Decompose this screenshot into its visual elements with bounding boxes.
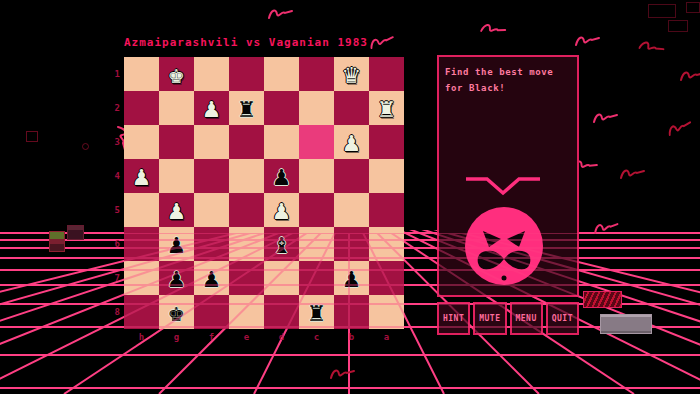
square-b3[interactable]: ♟ (334, 125, 369, 159)
squiggle-decoration (330, 366, 356, 388)
file-label-f: f (194, 330, 229, 344)
mute-button[interactable]: MUTE (473, 302, 506, 335)
square-d6[interactable]: ♝ (264, 227, 299, 261)
square-d1[interactable] (264, 57, 299, 91)
menu-button[interactable]: MENU (510, 302, 543, 335)
square-d2[interactable] (264, 91, 299, 125)
square-c1[interactable] (299, 57, 334, 91)
square-g6[interactable]: ♟ (159, 227, 194, 261)
square-a2[interactable]: ♜ (369, 91, 404, 125)
file-label-c: c (299, 330, 334, 344)
piece-white-king[interactable]: ♚ (168, 60, 184, 87)
squiggle-decoration (620, 166, 646, 188)
piece-white-queen[interactable]: ♛ (343, 60, 359, 87)
square-e7[interactable] (229, 261, 264, 295)
square-e4[interactable] (229, 159, 264, 193)
square-e6[interactable] (229, 227, 264, 261)
square-c8[interactable]: ♜ (299, 295, 334, 329)
action-buttons: HINTMUTEMENUQUIT (437, 302, 579, 335)
file-label-g: g (159, 330, 194, 344)
square-d7[interactable] (264, 261, 299, 295)
square-outline-decoration (26, 131, 38, 142)
square-c6[interactable] (299, 227, 334, 261)
wall-grid-decoration (648, 4, 676, 18)
file-label-b: b (334, 330, 369, 344)
square-f5[interactable] (194, 193, 229, 227)
piece-white-rook[interactable]: ♜ (378, 94, 394, 121)
square-d4[interactable]: ♟ (264, 159, 299, 193)
square-h5[interactable] (124, 193, 159, 227)
floor-cube-dark (67, 225, 84, 240)
angry-brow-mark (466, 179, 540, 193)
square-e1[interactable] (229, 57, 264, 91)
piece-black-bishop[interactable]: ♝ (273, 230, 289, 257)
wall-grid-decoration (668, 20, 688, 32)
square-h1[interactable] (124, 57, 159, 91)
square-c3[interactable] (299, 125, 334, 159)
squiggle-decoration (593, 110, 619, 132)
piece-white-pawn[interactable]: ♟ (273, 196, 289, 223)
quit-button[interactable]: QUIT (546, 302, 579, 335)
square-f2[interactable]: ♟ (194, 91, 229, 125)
rank-label-1: 1 (104, 57, 120, 91)
square-h7[interactable] (124, 261, 159, 295)
striped-box-decoration (583, 291, 622, 308)
square-f7[interactable]: ♟ (194, 261, 229, 295)
file-label-d: d (264, 330, 299, 344)
rank-labels: 12345678 (104, 57, 120, 329)
square-c4[interactable] (299, 159, 334, 193)
piece-black-pawn[interactable]: ♟ (273, 162, 289, 189)
chess-board: ♚♛♟♜♜♟♟♟♟♟♟♝♟♟♟♚♜ (124, 57, 404, 329)
piece-black-pawn[interactable]: ♟ (343, 264, 359, 291)
square-e8[interactable] (229, 295, 264, 329)
square-g4[interactable] (159, 159, 194, 193)
square-g1[interactable]: ♚ (159, 57, 194, 91)
square-f1[interactable] (194, 57, 229, 91)
square-c2[interactable] (299, 91, 334, 125)
square-d5[interactable]: ♟ (264, 193, 299, 227)
rank-label-6: 6 (104, 227, 120, 261)
square-c7[interactable] (299, 261, 334, 295)
rank-label-5: 5 (104, 193, 120, 227)
square-d8[interactable] (264, 295, 299, 329)
wall-grid-decoration (686, 2, 700, 13)
square-b2[interactable] (334, 91, 369, 125)
circle-outline-decoration (82, 143, 89, 150)
square-f8[interactable] (194, 295, 229, 329)
squiggle-decoration (368, 32, 397, 58)
piece-white-pawn[interactable]: ♟ (133, 162, 149, 189)
piece-black-rook[interactable]: ♜ (308, 298, 324, 325)
piece-black-king[interactable]: ♚ (168, 298, 184, 325)
rank-label-7: 7 (104, 261, 120, 295)
square-h2[interactable] (124, 91, 159, 125)
angry-mascot-icon (445, 169, 567, 295)
square-h4[interactable]: ♟ (124, 159, 159, 193)
square-c5[interactable] (299, 193, 334, 227)
square-a3[interactable] (369, 125, 404, 159)
floor-cube-green (49, 231, 65, 252)
hint-button[interactable]: HINT (437, 302, 470, 335)
square-h8[interactable] (124, 295, 159, 329)
square-e3[interactable] (229, 125, 264, 159)
piece-black-pawn[interactable]: ♟ (168, 264, 184, 291)
square-a6[interactable] (369, 227, 404, 261)
square-a5[interactable] (369, 193, 404, 227)
square-b6[interactable] (334, 227, 369, 261)
square-h6[interactable] (124, 227, 159, 261)
squiggle-decoration (680, 68, 700, 90)
piece-white-pawn[interactable]: ♟ (168, 196, 184, 223)
rank-label-4: 4 (104, 159, 120, 193)
square-g5[interactable]: ♟ (159, 193, 194, 227)
square-b8[interactable] (334, 295, 369, 329)
square-g3[interactable] (159, 125, 194, 159)
squiggle-decoration (575, 33, 601, 55)
square-b7[interactable]: ♟ (334, 261, 369, 295)
square-a4[interactable] (369, 159, 404, 193)
file-label-e: e (229, 330, 264, 344)
square-a7[interactable] (369, 261, 404, 295)
square-f6[interactable] (194, 227, 229, 261)
square-b4[interactable] (334, 159, 369, 193)
file-label-h: h (124, 330, 159, 344)
rank-label-3: 3 (104, 125, 120, 159)
square-b5[interactable] (334, 193, 369, 227)
file-label-a: a (369, 330, 404, 344)
game-scene: Azmaiparashvili vs Vaganian 1983 1234567… (0, 0, 700, 394)
file-labels: hgfedcba (124, 330, 404, 344)
square-f4[interactable] (194, 159, 229, 193)
piece-black-rook[interactable]: ♜ (238, 94, 254, 121)
square-b1[interactable]: ♛ (334, 57, 369, 91)
square-g8[interactable]: ♚ (159, 295, 194, 329)
game-title: Azmaiparashvili vs Vaganian 1983 (124, 36, 368, 49)
square-a1[interactable] (369, 57, 404, 91)
puzzle-panel: Find the best move for Black! (437, 55, 579, 297)
piece-white-pawn[interactable]: ♟ (343, 128, 359, 155)
rank-label-8: 8 (104, 295, 120, 329)
square-h3[interactable] (124, 125, 159, 159)
rank-label-2: 2 (104, 91, 120, 125)
square-g7[interactable]: ♟ (159, 261, 194, 295)
square-f3[interactable] (194, 125, 229, 159)
puzzle-prompt: Find the best move for Black! (439, 57, 577, 96)
grey-bar-decoration (600, 314, 652, 334)
square-a8[interactable] (369, 295, 404, 329)
piece-black-pawn[interactable]: ♟ (203, 264, 219, 291)
squiggle-decoration (593, 219, 621, 243)
piece-black-pawn[interactable]: ♟ (168, 230, 184, 257)
squiggle-decoration (268, 6, 294, 28)
square-g2[interactable] (159, 91, 194, 125)
piece-white-pawn[interactable]: ♟ (203, 94, 219, 121)
square-e5[interactable] (229, 193, 264, 227)
square-d3[interactable] (264, 125, 299, 159)
square-e2[interactable]: ♜ (229, 91, 264, 125)
